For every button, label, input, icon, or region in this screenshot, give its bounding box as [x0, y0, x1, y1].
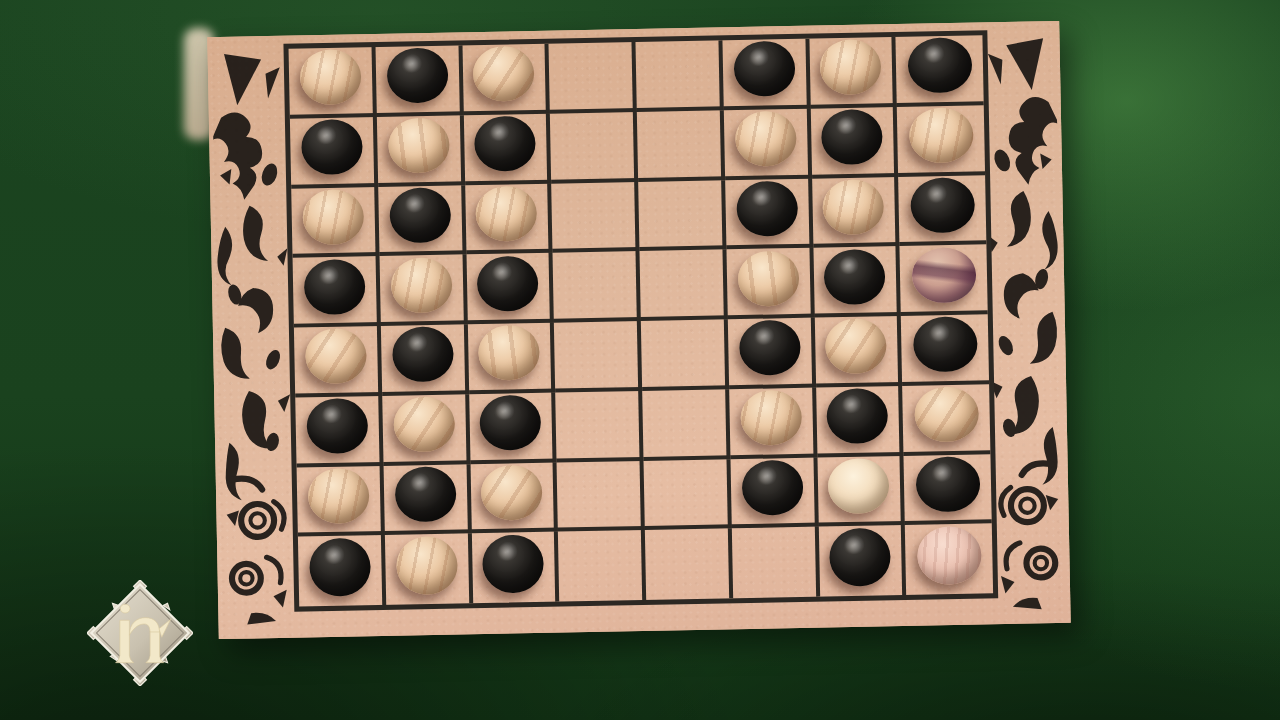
- cell-r5c5: [641, 319, 729, 390]
- light-wood-piece[interactable]: [820, 39, 882, 95]
- cell-r8c2: [385, 534, 473, 605]
- cell-r6c1: [295, 396, 383, 467]
- black-wood-piece[interactable]: [482, 534, 544, 594]
- black-wood-piece[interactable]: [477, 255, 539, 311]
- black-wood-piece[interactable]: [912, 316, 977, 372]
- cell-r8c1: [298, 535, 386, 606]
- cell-r1c5: [635, 40, 723, 111]
- cell-r3c8: [898, 175, 986, 246]
- pink-wood-piece[interactable]: [916, 526, 981, 586]
- purple-stained-light-piece[interactable]: [911, 247, 976, 303]
- cell-r2c3: [463, 113, 551, 184]
- cell-r7c4: [557, 460, 645, 531]
- black-wood-piece[interactable]: [389, 187, 451, 243]
- light-wood-piece[interactable]: [822, 179, 884, 235]
- light-wood-piece[interactable]: [914, 386, 979, 442]
- light-wood-piece[interactable]: [305, 328, 367, 384]
- black-wood-piece[interactable]: [826, 388, 888, 444]
- cell-r8c7: [818, 525, 906, 596]
- black-wood-piece[interactable]: [824, 248, 886, 304]
- cell-r5c7: [814, 316, 902, 387]
- light-wood-piece[interactable]: [307, 468, 369, 524]
- black-wood-piece[interactable]: [738, 320, 800, 376]
- cell-r6c7: [816, 386, 904, 457]
- cell-r8c5: [645, 529, 733, 600]
- cell-r5c3: [467, 323, 555, 394]
- cell-r6c2: [382, 394, 470, 465]
- light-wood-piece[interactable]: [740, 390, 802, 446]
- cell-r1c4: [549, 42, 637, 113]
- cell-r6c6: [729, 387, 817, 458]
- cell-r8c3: [471, 532, 559, 603]
- light-wood-piece[interactable]: [393, 396, 455, 452]
- cell-r7c6: [730, 457, 818, 528]
- cell-r1c6: [722, 39, 810, 110]
- cell-r5c4: [554, 321, 642, 392]
- black-wood-piece[interactable]: [741, 459, 803, 515]
- cell-r8c8: [905, 524, 993, 595]
- black-wood-piece[interactable]: [474, 116, 536, 172]
- diamond-shield: [87, 580, 193, 686]
- cell-r5c6: [728, 318, 816, 389]
- cell-r2c5: [637, 110, 725, 181]
- cell-r2c4: [550, 112, 638, 183]
- black-wood-piece[interactable]: [394, 466, 456, 522]
- cell-r2c6: [724, 108, 812, 179]
- black-wood-piece[interactable]: [479, 395, 541, 451]
- light-wood-piece[interactable]: [481, 464, 543, 520]
- cell-r4c8: [900, 245, 988, 316]
- board-grid: [283, 30, 998, 611]
- light-wood-piece[interactable]: [734, 111, 796, 167]
- cell-r6c3: [469, 392, 557, 463]
- cell-r1c1: [289, 47, 377, 118]
- black-wood-piece[interactable]: [391, 327, 453, 383]
- light-wood-piece[interactable]: [387, 117, 449, 173]
- tribal-dragon-ornament-left: [211, 46, 294, 629]
- cell-r2c7: [810, 107, 898, 178]
- light-wood-piece[interactable]: [302, 189, 364, 245]
- black-wood-piece[interactable]: [386, 48, 448, 104]
- cell-r4c6: [726, 248, 814, 319]
- black-wood-piece[interactable]: [829, 528, 891, 588]
- cell-r6c5: [642, 389, 730, 460]
- cell-r1c8: [896, 35, 984, 106]
- cell-r3c3: [465, 183, 553, 254]
- cell-r3c6: [725, 178, 813, 249]
- cell-r3c7: [812, 176, 900, 247]
- cell-r1c7: [809, 37, 897, 108]
- cell-r3c1: [291, 186, 379, 257]
- light-wood-piece[interactable]: [475, 185, 537, 241]
- black-wood-piece[interactable]: [309, 538, 371, 598]
- cell-r4c5: [639, 250, 727, 321]
- cell-r7c3: [470, 462, 558, 533]
- cell-r3c5: [638, 180, 726, 251]
- cell-r3c2: [378, 185, 466, 256]
- cell-r6c4: [555, 391, 643, 462]
- light-wood-piece[interactable]: [473, 46, 535, 102]
- m-monogram-watermark: [87, 580, 193, 686]
- cell-r1c3: [462, 44, 550, 115]
- cell-r3c4: [551, 181, 639, 252]
- black-wood-piece[interactable]: [821, 109, 883, 165]
- cell-r7c1: [297, 465, 385, 536]
- light-wood-piece[interactable]: [908, 107, 973, 163]
- black-wood-piece[interactable]: [733, 41, 795, 97]
- cell-r5c8: [901, 314, 989, 385]
- cell-r4c2: [379, 255, 467, 326]
- cell-r2c8: [897, 105, 985, 176]
- light-wood-piece[interactable]: [737, 250, 799, 306]
- cell-r8c4: [558, 530, 646, 601]
- black-wood-piece[interactable]: [301, 119, 363, 175]
- pale-cream-piece[interactable]: [828, 458, 890, 514]
- light-wood-piece[interactable]: [478, 325, 540, 381]
- light-wood-piece[interactable]: [299, 49, 361, 105]
- cell-r7c5: [644, 459, 732, 530]
- light-wood-piece[interactable]: [390, 257, 452, 313]
- cell-r5c1: [294, 326, 382, 397]
- light-wood-piece[interactable]: [825, 318, 887, 374]
- game-board: [207, 21, 1070, 639]
- black-wood-piece[interactable]: [915, 456, 980, 512]
- black-wood-piece[interactable]: [910, 177, 975, 233]
- cell-r6c8: [902, 384, 990, 455]
- cell-r2c1: [290, 117, 378, 188]
- cell-r1c2: [375, 45, 463, 116]
- light-wood-piece[interactable]: [395, 536, 457, 596]
- cell-r8c6: [732, 527, 820, 598]
- cell-r4c7: [813, 246, 901, 317]
- black-wood-piece[interactable]: [907, 38, 972, 94]
- cell-r7c7: [817, 455, 905, 526]
- cell-r5c2: [381, 324, 469, 395]
- black-wood-piece[interactable]: [736, 180, 798, 236]
- cell-r4c1: [293, 256, 381, 327]
- cell-r4c4: [553, 251, 641, 322]
- black-wood-piece[interactable]: [306, 398, 368, 454]
- cell-r2c2: [377, 115, 465, 186]
- cell-r7c8: [904, 454, 992, 525]
- black-wood-piece[interactable]: [303, 258, 365, 314]
- cell-r4c3: [466, 253, 554, 324]
- cell-r7c2: [383, 464, 471, 535]
